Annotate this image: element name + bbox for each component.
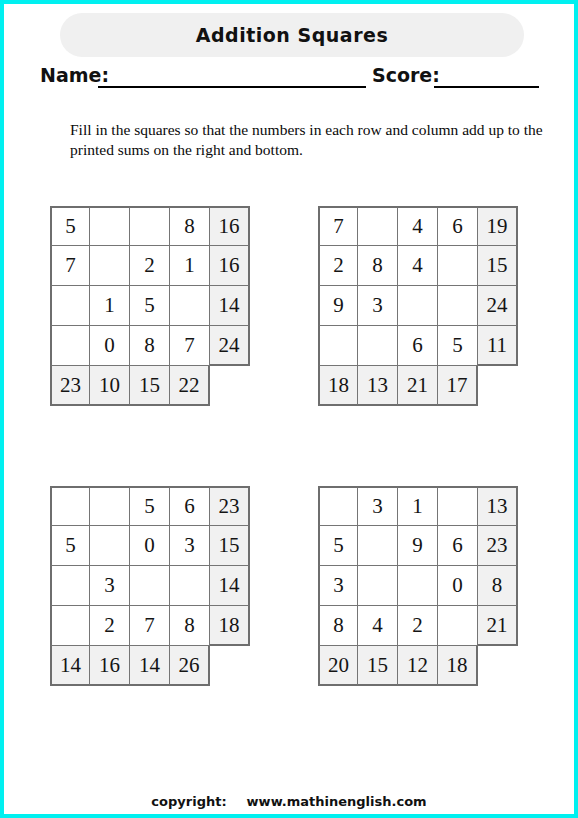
puzzle-cell-given: 3 [170, 526, 210, 566]
footer: copyright: www.mathinenglish.com [4, 794, 574, 809]
puzzle-cell-empty[interactable] [318, 326, 358, 366]
puzzle-cell-empty[interactable] [90, 246, 130, 286]
puzzle-cell-empty[interactable] [398, 566, 438, 606]
col-sum-cell: 18 [438, 646, 478, 686]
puzzle-cell-given: 3 [358, 286, 398, 326]
page-title: Addition Squares [196, 24, 388, 46]
row-sum-cell: 13 [478, 486, 518, 526]
puzzle-cell-given: 0 [438, 566, 478, 606]
row-sum-cell: 8 [478, 566, 518, 606]
puzzle-cell-empty[interactable] [438, 486, 478, 526]
col-sum-cell: 20 [318, 646, 358, 686]
title-banner: Addition Squares [60, 13, 524, 57]
puzzle-cell-given: 5 [318, 526, 358, 566]
puzzle-cell-given: 5 [50, 526, 90, 566]
col-sum-cell: 10 [90, 366, 130, 406]
col-sum-cell: 16 [90, 646, 130, 686]
corner-void [478, 646, 518, 686]
name-input-line[interactable] [98, 86, 366, 88]
puzzle-cell-empty[interactable] [50, 326, 90, 366]
puzzle-cell-empty[interactable] [318, 486, 358, 526]
col-sum-cell: 14 [130, 646, 170, 686]
puzzle-cell-given: 4 [398, 206, 438, 246]
col-sum-cell: 13 [358, 366, 398, 406]
puzzle-cell-empty[interactable] [358, 326, 398, 366]
col-sum-cell: 12 [398, 646, 438, 686]
worksheet-page: Addition Squares Name: Score: Fill in th… [0, 0, 578, 818]
puzzle-cell-given: 3 [318, 566, 358, 606]
col-sum-cell: 15 [358, 646, 398, 686]
puzzle-cell-empty[interactable] [170, 286, 210, 326]
puzzle-cell-empty[interactable] [438, 286, 478, 326]
puzzle-cell-given: 7 [130, 606, 170, 646]
puzzle-cell-given: 2 [318, 246, 358, 286]
row-sum-cell: 14 [210, 566, 250, 606]
puzzle-cell-empty[interactable] [50, 286, 90, 326]
row-sum-cell: 23 [210, 486, 250, 526]
row-sum-cell: 24 [210, 326, 250, 366]
puzzle-cell-empty[interactable] [438, 246, 478, 286]
col-sum-cell: 14 [50, 646, 90, 686]
puzzle-cell-given: 5 [50, 206, 90, 246]
instructions: Fill in the squares so that the numbers … [70, 120, 550, 160]
puzzle-cell-empty[interactable] [90, 526, 130, 566]
puzzle-cell-empty[interactable] [50, 566, 90, 606]
row-sum-cell: 21 [478, 606, 518, 646]
puzzle-cell-given: 9 [398, 526, 438, 566]
corner-void [210, 646, 250, 686]
site-url: www.mathinenglish.com [247, 794, 427, 809]
puzzle-cell-given: 7 [318, 206, 358, 246]
corner-void [210, 366, 250, 406]
puzzle-cell-given: 5 [438, 326, 478, 366]
puzzle-cell-given: 8 [318, 606, 358, 646]
puzzle-cell-empty[interactable] [358, 566, 398, 606]
puzzle-cell-given: 7 [170, 326, 210, 366]
puzzle-cell-given: 6 [398, 326, 438, 366]
puzzle-cell-empty[interactable] [50, 606, 90, 646]
col-sum-cell: 15 [130, 366, 170, 406]
puzzle-cell-given: 4 [398, 246, 438, 286]
puzzle-cell-given: 8 [358, 246, 398, 286]
row-sum-cell: 14 [210, 286, 250, 326]
puzzle-cell-empty[interactable] [50, 486, 90, 526]
puzzle-cell-given: 6 [170, 486, 210, 526]
instructions-line-1: Fill in the squares so that the numbers … [70, 120, 550, 140]
puzzle-cell-empty[interactable] [130, 566, 170, 606]
col-sum-cell: 22 [170, 366, 210, 406]
row-sum-cell: 11 [478, 326, 518, 366]
puzzle-cell-given: 1 [398, 486, 438, 526]
puzzle-cell-given: 0 [130, 526, 170, 566]
addition-grid-3: 5623503153142781814161426 [50, 486, 250, 686]
puzzle-cell-given: 3 [358, 486, 398, 526]
copyright-label: copyright: [151, 794, 226, 809]
col-sum-cell: 21 [398, 366, 438, 406]
row-sum-cell: 15 [210, 526, 250, 566]
puzzle-cell-given: 2 [398, 606, 438, 646]
row-sum-cell: 16 [210, 246, 250, 286]
col-sum-cell: 18 [318, 366, 358, 406]
row-sum-cell: 23 [478, 526, 518, 566]
puzzle-cell-given: 2 [130, 246, 170, 286]
puzzle-cell-given: 5 [130, 286, 170, 326]
row-sum-cell: 18 [210, 606, 250, 646]
row-sum-cell: 16 [210, 206, 250, 246]
col-sum-cell: 23 [50, 366, 90, 406]
puzzle-cell-given: 8 [170, 206, 210, 246]
puzzle-cell-empty[interactable] [398, 286, 438, 326]
puzzle-cell-given: 7 [50, 246, 90, 286]
row-sum-cell: 19 [478, 206, 518, 246]
name-label: Name: [40, 64, 109, 86]
puzzle-cell-given: 8 [170, 606, 210, 646]
puzzle-cell-given: 1 [170, 246, 210, 286]
instructions-line-2: printed sums on the right and bottom. [70, 140, 550, 160]
puzzle-cell-empty[interactable] [438, 606, 478, 646]
score-label: Score: [372, 64, 440, 86]
addition-grid-4: 3113596233088422120151218 [318, 486, 518, 686]
row-sum-cell: 15 [478, 246, 518, 286]
puzzle-cell-empty[interactable] [170, 566, 210, 606]
puzzle-cell-given: 1 [90, 286, 130, 326]
puzzle-cell-given: 0 [90, 326, 130, 366]
row-sum-cell: 24 [478, 286, 518, 326]
puzzle-cell-given: 6 [438, 526, 478, 566]
puzzle-cell-empty[interactable] [90, 206, 130, 246]
col-sum-cell: 17 [438, 366, 478, 406]
puzzle-cell-given: 6 [438, 206, 478, 246]
puzzle-cell-empty[interactable] [90, 486, 130, 526]
puzzle-cell-given: 4 [358, 606, 398, 646]
puzzle-cell-empty[interactable] [358, 526, 398, 566]
puzzle-cell-empty[interactable] [358, 206, 398, 246]
puzzle-cell-given: 5 [130, 486, 170, 526]
score-input-line[interactable] [434, 86, 539, 88]
corner-void [478, 366, 518, 406]
puzzle-cell-given: 3 [90, 566, 130, 606]
addition-grid-1: 58167211615140872423101522 [50, 206, 250, 406]
col-sum-cell: 26 [170, 646, 210, 686]
puzzle-cell-empty[interactable] [130, 206, 170, 246]
puzzle-cell-given: 2 [90, 606, 130, 646]
addition-grid-2: 74619284159324651118132117 [318, 206, 518, 406]
puzzle-cell-given: 8 [130, 326, 170, 366]
puzzle-cell-given: 9 [318, 286, 358, 326]
